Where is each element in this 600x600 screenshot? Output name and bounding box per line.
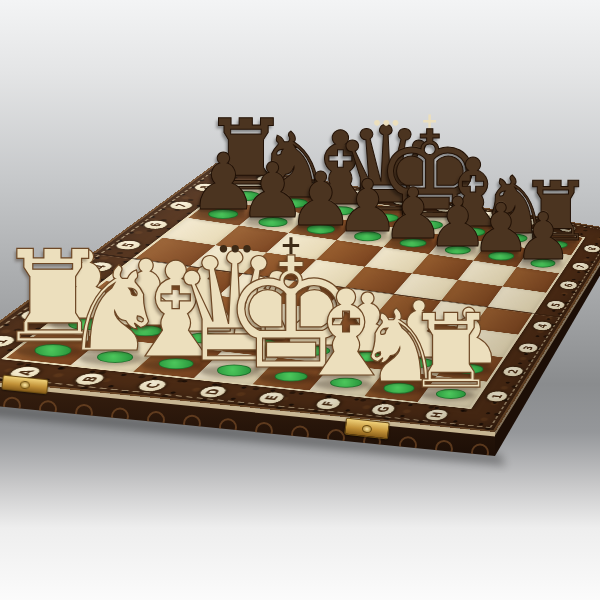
coordinate-glyph: H bbox=[428, 412, 445, 419]
file-label-c-near: C bbox=[133, 378, 171, 392]
rank-label-7-left: 7 bbox=[165, 200, 196, 211]
coordinate-glyph: 4 bbox=[536, 323, 549, 328]
coordinate-glyph: G bbox=[521, 219, 533, 224]
file-label-g-far: G bbox=[517, 217, 539, 227]
coordinate-glyph: A bbox=[260, 177, 275, 182]
coordinate-glyph: A bbox=[14, 369, 37, 376]
coordinate-glyph: 3 bbox=[521, 345, 535, 350]
rank-label-8-left: 8 bbox=[190, 182, 220, 193]
rank-label-2-right: 2 bbox=[500, 365, 526, 377]
brass-clasp-front bbox=[344, 418, 390, 440]
file-label-b-near: B bbox=[70, 372, 110, 387]
coordinate-glyph: F bbox=[481, 213, 493, 217]
coordinate-glyph: C bbox=[351, 192, 365, 197]
file-label-h-near: H bbox=[422, 408, 452, 422]
coordinate-glyph: 6 bbox=[147, 222, 164, 227]
coordinate-glyph: B bbox=[79, 376, 101, 383]
coordinate-glyph: B bbox=[306, 184, 321, 189]
coordinate-glyph: H bbox=[561, 226, 573, 231]
rank-label-6-right: 6 bbox=[557, 280, 579, 291]
rank-label-2-left: 2 bbox=[15, 308, 55, 322]
rank-label-4-left: 4 bbox=[81, 261, 117, 273]
coordinate-glyph: 1 bbox=[0, 338, 11, 344]
file-label-g-near: G bbox=[368, 403, 399, 417]
file-label-b-far: B bbox=[300, 182, 327, 192]
file-label-d-near: D bbox=[195, 385, 231, 399]
rank-label-7-right: 7 bbox=[570, 261, 592, 271]
file-label-h-far: H bbox=[557, 223, 578, 233]
coordinate-glyph: 7 bbox=[173, 203, 190, 208]
coordinate-glyph: G bbox=[375, 406, 392, 413]
rank-label-8-right: 8 bbox=[581, 244, 600, 254]
coordinate-glyph: E bbox=[262, 395, 280, 401]
file-label-a-far: A bbox=[253, 174, 281, 184]
file-label-f-near: F bbox=[312, 397, 345, 411]
coordinate-glyph: 2 bbox=[506, 369, 520, 374]
file-label-e-far: E bbox=[433, 203, 457, 213]
black-king-finial: + bbox=[421, 111, 438, 132]
file-label-c-far: C bbox=[345, 189, 371, 199]
coordinate-glyph: 4 bbox=[90, 264, 109, 270]
coordinate-glyph: F bbox=[320, 401, 337, 407]
rank-label-3-right: 3 bbox=[516, 342, 541, 354]
black-queen-finial: ••• bbox=[372, 116, 400, 132]
rank-label-5-left: 5 bbox=[111, 239, 145, 251]
clasp-knob bbox=[20, 380, 31, 389]
coordinate-glyph: D bbox=[395, 199, 409, 204]
coordinate-glyph: 6 bbox=[562, 283, 574, 288]
coordinate-glyph: 5 bbox=[119, 242, 137, 247]
chess-board: AA11BB22CC33DD44EE55FF66GG77HH88 bbox=[0, 163, 600, 432]
coordinate-glyph: 7 bbox=[575, 264, 587, 269]
chess-set-photo: AA11BB22CC33DD44EE55FF66GG77HH88 ♜♞♝♟♛••… bbox=[0, 0, 600, 600]
rank-label-5-right: 5 bbox=[544, 300, 567, 311]
rank-label-6-left: 6 bbox=[139, 219, 172, 230]
coordinate-glyph: 8 bbox=[197, 185, 213, 190]
coordinate-glyph: 8 bbox=[586, 247, 597, 251]
file-label-e-near: E bbox=[254, 391, 289, 405]
file-label-f-far: F bbox=[475, 210, 498, 220]
rank-label-4-right: 4 bbox=[530, 320, 554, 331]
coordinate-glyph: E bbox=[439, 206, 452, 210]
rank-label-1-right: 1 bbox=[483, 390, 510, 403]
coordinate-glyph: 2 bbox=[25, 312, 46, 318]
coordinate-glyph: 3 bbox=[58, 287, 78, 293]
coordinate-glyph: C bbox=[142, 382, 162, 389]
coordinate-glyph: D bbox=[203, 388, 223, 395]
file-label-d-far: D bbox=[390, 196, 415, 206]
rank-label-3-left: 3 bbox=[49, 284, 87, 297]
coordinate-glyph: 1 bbox=[490, 394, 505, 400]
clasp-knob bbox=[362, 424, 373, 433]
coordinate-glyph: 5 bbox=[550, 303, 563, 308]
